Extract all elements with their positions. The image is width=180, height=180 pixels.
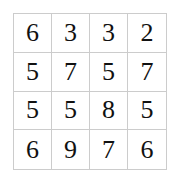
cell-r4c2[interactable]: 9: [52, 130, 90, 169]
cell-r4c4[interactable]: 6: [128, 130, 166, 169]
cell-r2c4[interactable]: 7: [128, 53, 166, 92]
cell-r2c2[interactable]: 7: [52, 53, 90, 92]
cell-r3c4[interactable]: 5: [128, 92, 166, 131]
cell-r3c1[interactable]: 5: [14, 92, 52, 131]
cell-r4c1[interactable]: 6: [14, 130, 52, 169]
cell-r1c2[interactable]: 3: [52, 14, 90, 53]
cell-r3c2[interactable]: 5: [52, 92, 90, 131]
cell-r1c3[interactable]: 3: [90, 14, 128, 53]
cell-r3c3[interactable]: 8: [90, 92, 128, 131]
cell-r2c1[interactable]: 5: [14, 53, 52, 92]
cell-r1c4[interactable]: 2: [128, 14, 166, 53]
puzzle-board: 6 3 3 2 5 7 5 7 5 5 8 5 6 9 7 6: [13, 13, 167, 170]
cell-r2c3[interactable]: 5: [90, 53, 128, 92]
cell-r4c3[interactable]: 7: [90, 130, 128, 169]
cell-r1c1[interactable]: 6: [14, 14, 52, 53]
